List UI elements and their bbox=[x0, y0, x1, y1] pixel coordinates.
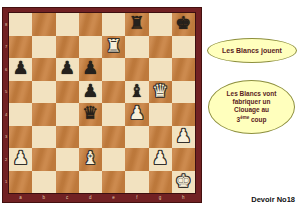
square-b7 bbox=[32, 36, 55, 59]
white-king-piece: ♚ bbox=[175, 172, 191, 190]
file-label-g: g bbox=[149, 193, 172, 202]
black-bishop-piece: ♝ bbox=[129, 82, 145, 100]
square-f8: ♜ bbox=[125, 13, 148, 36]
white-queen-piece: ♛ bbox=[152, 82, 168, 100]
file-label-a: a bbox=[9, 193, 32, 202]
file-label-e: e bbox=[102, 193, 125, 202]
square-b6 bbox=[32, 58, 55, 81]
square-b3 bbox=[32, 126, 55, 149]
square-d1 bbox=[79, 171, 102, 194]
square-f1 bbox=[125, 171, 148, 194]
black-queen-piece: ♛ bbox=[82, 104, 98, 122]
white-pawn-piece: ♟ bbox=[129, 104, 145, 122]
square-b4 bbox=[32, 103, 55, 126]
file-label-b: b bbox=[32, 193, 55, 202]
file-labels: abcdefgh bbox=[9, 193, 195, 202]
white-rook-piece: ♜ bbox=[106, 37, 122, 55]
worksheet-page: 87654321 abcdefgh ♜♚♜♟♟♟♟♝♛♛♟♟♟♝♟♚ Les B… bbox=[0, 0, 300, 212]
black-pawn-piece: ♟ bbox=[59, 59, 75, 77]
callout-white-to-move: Les Blancs jouent bbox=[207, 38, 297, 63]
square-c5 bbox=[56, 81, 79, 104]
square-h6 bbox=[172, 58, 195, 81]
square-e5 bbox=[102, 81, 125, 104]
square-f7 bbox=[125, 36, 148, 59]
chess-board: 87654321 abcdefgh ♜♚♜♟♟♟♟♝♛♛♟♟♟♝♟♚ bbox=[2, 7, 202, 203]
callout-pin-hint-text: Les Blancs vont fabriquer un Clouage au … bbox=[227, 90, 277, 125]
black-pawn-piece: ♟ bbox=[82, 82, 98, 100]
square-e6 bbox=[102, 58, 125, 81]
square-a1 bbox=[9, 171, 32, 194]
square-c4 bbox=[56, 103, 79, 126]
square-a7 bbox=[9, 36, 32, 59]
square-g8 bbox=[149, 13, 172, 36]
file-label-d: d bbox=[79, 193, 102, 202]
square-a2: ♟ bbox=[9, 148, 32, 171]
square-b5 bbox=[32, 81, 55, 104]
square-c7 bbox=[56, 36, 79, 59]
square-e4 bbox=[102, 103, 125, 126]
file-label-f: f bbox=[125, 193, 148, 202]
square-b2 bbox=[32, 148, 55, 171]
square-d6: ♟ bbox=[79, 58, 102, 81]
square-d8 bbox=[79, 13, 102, 36]
file-label-c: c bbox=[56, 193, 79, 202]
square-c3 bbox=[56, 126, 79, 149]
square-d2: ♝ bbox=[79, 148, 102, 171]
board-grid: ♜♚♜♟♟♟♟♝♛♛♟♟♟♝♟♚ bbox=[9, 13, 195, 193]
square-h2 bbox=[172, 148, 195, 171]
square-c1 bbox=[56, 171, 79, 194]
square-f4: ♟ bbox=[125, 103, 148, 126]
square-g7 bbox=[149, 36, 172, 59]
black-king-piece: ♚ bbox=[175, 14, 191, 32]
square-c6: ♟ bbox=[56, 58, 79, 81]
square-h1: ♚ bbox=[172, 171, 195, 194]
square-h8: ♚ bbox=[172, 13, 195, 36]
black-pawn-piece: ♟ bbox=[82, 59, 98, 77]
white-pawn-piece: ♟ bbox=[152, 149, 168, 167]
white-pawn-piece: ♟ bbox=[175, 127, 191, 145]
square-g1 bbox=[149, 171, 172, 194]
square-g6 bbox=[149, 58, 172, 81]
file-label-h: h bbox=[172, 193, 195, 202]
square-f3 bbox=[125, 126, 148, 149]
square-g4 bbox=[149, 103, 172, 126]
square-e1 bbox=[102, 171, 125, 194]
square-e2 bbox=[102, 148, 125, 171]
square-e7: ♜ bbox=[102, 36, 125, 59]
square-c8 bbox=[56, 13, 79, 36]
square-h7 bbox=[172, 36, 195, 59]
square-d7 bbox=[79, 36, 102, 59]
square-g2: ♟ bbox=[149, 148, 172, 171]
square-f2 bbox=[125, 148, 148, 171]
square-b1 bbox=[32, 171, 55, 194]
exercise-number: Devoir No18 bbox=[251, 195, 295, 204]
square-d3 bbox=[79, 126, 102, 149]
square-a4 bbox=[9, 103, 32, 126]
square-a6: ♟ bbox=[9, 58, 32, 81]
square-d4: ♛ bbox=[79, 103, 102, 126]
square-c2 bbox=[56, 148, 79, 171]
square-e8 bbox=[102, 13, 125, 36]
black-rook-piece: ♜ bbox=[129, 14, 145, 32]
callout-white-to-move-text: Les Blancs jouent bbox=[222, 47, 282, 54]
square-a8 bbox=[9, 13, 32, 36]
white-pawn-piece: ♟ bbox=[13, 149, 29, 167]
square-d5: ♟ bbox=[79, 81, 102, 104]
square-h5 bbox=[172, 81, 195, 104]
square-f5: ♝ bbox=[125, 81, 148, 104]
square-f6 bbox=[125, 58, 148, 81]
square-h3: ♟ bbox=[172, 126, 195, 149]
white-bishop-piece: ♝ bbox=[82, 149, 98, 167]
square-a5 bbox=[9, 81, 32, 104]
square-b8 bbox=[32, 13, 55, 36]
square-e3 bbox=[102, 126, 125, 149]
callout-pin-hint: Les Blancs vont fabriquer un Clouage au … bbox=[208, 80, 295, 134]
square-a3 bbox=[9, 126, 32, 149]
square-g3 bbox=[149, 126, 172, 149]
square-g5: ♛ bbox=[149, 81, 172, 104]
black-pawn-piece: ♟ bbox=[13, 59, 29, 77]
square-h4 bbox=[172, 103, 195, 126]
